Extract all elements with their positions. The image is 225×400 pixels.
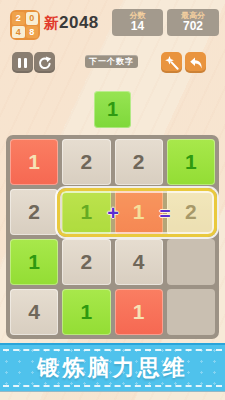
tile: 1 [62, 289, 110, 335]
pause-icon [18, 58, 27, 68]
score-box: 分数 14 [112, 9, 163, 36]
logo-cell: 0 [26, 12, 39, 25]
logo-cell: 2 [12, 12, 25, 25]
tile: 2 [62, 139, 110, 185]
tile: 2 [10, 189, 58, 235]
tile: 2 [167, 189, 215, 235]
tile: 1 [10, 239, 58, 285]
undo-button[interactable] [185, 52, 206, 73]
tile: 1 [62, 189, 110, 235]
empty-cell [167, 239, 215, 285]
restart-button[interactable] [34, 52, 55, 73]
restart-icon [38, 56, 52, 70]
banner-text: 锻炼脑力思维 [38, 353, 188, 383]
best-score-value: 702 [183, 20, 203, 33]
tile: 1 [115, 289, 163, 335]
pause-button[interactable] [12, 52, 33, 73]
app-screen: 2 0 4 8 新2048 分数 14 最高分 702 下一个数字 1 [0, 0, 225, 400]
app-title: 新2048 [44, 13, 99, 33]
tile: 1 [167, 139, 215, 185]
tile: 4 [10, 289, 58, 335]
title-main: 2048 [59, 13, 99, 33]
tile: 2 [115, 139, 163, 185]
next-number-tile: 1 [94, 91, 131, 128]
title-prefix: 新 [44, 14, 59, 33]
tile: 4 [115, 239, 163, 285]
undo-icon [189, 56, 203, 70]
tile: 1 [10, 139, 58, 185]
tile: 2 [62, 239, 110, 285]
tile: 1 [115, 189, 163, 235]
ad-banner[interactable]: 锻炼脑力思维 [0, 343, 225, 392]
best-score-box: 最高分 702 [167, 9, 219, 36]
magic-wand-button[interactable] [161, 52, 182, 73]
next-number-label: 下一个数字 [85, 55, 138, 68]
score-value: 14 [131, 20, 144, 33]
magic-wand-icon [165, 56, 179, 70]
game-board[interactable]: 12212112124411 [6, 135, 219, 339]
logo-cell: 4 [12, 26, 25, 39]
empty-cell [167, 289, 215, 335]
logo-cell: 8 [26, 26, 39, 39]
app-logo: 2 0 4 8 [10, 10, 40, 40]
